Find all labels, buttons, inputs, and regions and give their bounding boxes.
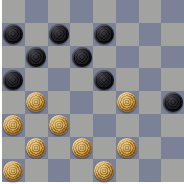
square-h5[interactable] — [161, 68, 184, 91]
square-c7[interactable] — [48, 23, 71, 46]
square-h7[interactable] — [161, 23, 184, 46]
square-a8[interactable] — [2, 0, 25, 23]
square-e4[interactable] — [93, 91, 116, 114]
square-d5[interactable] — [70, 68, 93, 91]
square-g2[interactable] — [139, 137, 162, 160]
board-grid — [2, 0, 184, 182]
square-b7[interactable] — [25, 23, 48, 46]
square-d6[interactable] — [70, 46, 93, 69]
square-e8[interactable] — [93, 0, 116, 23]
white-man-piece[interactable] — [26, 138, 46, 158]
black-man-piece[interactable] — [3, 70, 23, 90]
square-g6[interactable] — [139, 46, 162, 69]
square-g8[interactable] — [139, 0, 162, 23]
square-h1[interactable] — [161, 159, 184, 182]
square-c2[interactable] — [48, 137, 71, 160]
square-d4[interactable] — [70, 91, 93, 114]
square-f2[interactable] — [116, 137, 139, 160]
square-c4[interactable] — [48, 91, 71, 114]
square-g7[interactable] — [139, 23, 162, 46]
white-man-piece[interactable] — [3, 115, 23, 135]
square-f1[interactable] — [116, 159, 139, 182]
square-f3[interactable] — [116, 114, 139, 137]
square-f6[interactable] — [116, 46, 139, 69]
square-c3[interactable] — [48, 114, 71, 137]
square-c5[interactable] — [48, 68, 71, 91]
square-d3[interactable] — [70, 114, 93, 137]
square-c8[interactable] — [48, 0, 71, 23]
square-f8[interactable] — [116, 0, 139, 23]
square-a2[interactable] — [2, 137, 25, 160]
white-man-piece[interactable] — [117, 92, 137, 112]
square-b5[interactable] — [25, 68, 48, 91]
square-f7[interactable] — [116, 23, 139, 46]
square-g3[interactable] — [139, 114, 162, 137]
square-h8[interactable] — [161, 0, 184, 23]
square-a6[interactable] — [2, 46, 25, 69]
square-e2[interactable] — [93, 137, 116, 160]
square-e3[interactable] — [93, 114, 116, 137]
square-e1[interactable] — [93, 159, 116, 182]
black-man-piece[interactable] — [163, 92, 183, 112]
black-man-piece[interactable] — [72, 47, 92, 67]
square-d8[interactable] — [70, 0, 93, 23]
white-man-piece[interactable] — [117, 138, 137, 158]
square-e5[interactable] — [93, 68, 116, 91]
square-d7[interactable] — [70, 23, 93, 46]
white-man-piece[interactable] — [49, 115, 69, 135]
square-a7[interactable] — [2, 23, 25, 46]
white-man-piece[interactable] — [72, 138, 92, 158]
square-c1[interactable] — [48, 159, 71, 182]
black-man-piece[interactable] — [49, 24, 69, 44]
black-man-piece[interactable] — [94, 24, 114, 44]
white-man-piece[interactable] — [3, 161, 23, 181]
white-man-piece[interactable] — [94, 161, 114, 181]
square-c6[interactable] — [48, 46, 71, 69]
square-b3[interactable] — [25, 114, 48, 137]
square-b6[interactable] — [25, 46, 48, 69]
black-man-piece[interactable] — [94, 70, 114, 90]
square-h3[interactable] — [161, 114, 184, 137]
square-b4[interactable] — [25, 91, 48, 114]
square-h6[interactable] — [161, 46, 184, 69]
square-h4[interactable] — [161, 91, 184, 114]
checkers-app-window — [0, 0, 184, 184]
square-e7[interactable] — [93, 23, 116, 46]
square-a4[interactable] — [2, 91, 25, 114]
square-d1[interactable] — [70, 159, 93, 182]
square-a5[interactable] — [2, 68, 25, 91]
square-f4[interactable] — [116, 91, 139, 114]
square-f5[interactable] — [116, 68, 139, 91]
square-e6[interactable] — [93, 46, 116, 69]
black-man-piece[interactable] — [3, 24, 23, 44]
square-a1[interactable] — [2, 159, 25, 182]
white-man-piece[interactable] — [26, 92, 46, 112]
square-b2[interactable] — [25, 137, 48, 160]
black-man-piece[interactable] — [26, 47, 46, 67]
square-h2[interactable] — [161, 137, 184, 160]
square-a3[interactable] — [2, 114, 25, 137]
square-g5[interactable] — [139, 68, 162, 91]
square-g4[interactable] — [139, 91, 162, 114]
square-g1[interactable] — [139, 159, 162, 182]
square-b8[interactable] — [25, 0, 48, 23]
square-b1[interactable] — [25, 159, 48, 182]
square-d2[interactable] — [70, 137, 93, 160]
